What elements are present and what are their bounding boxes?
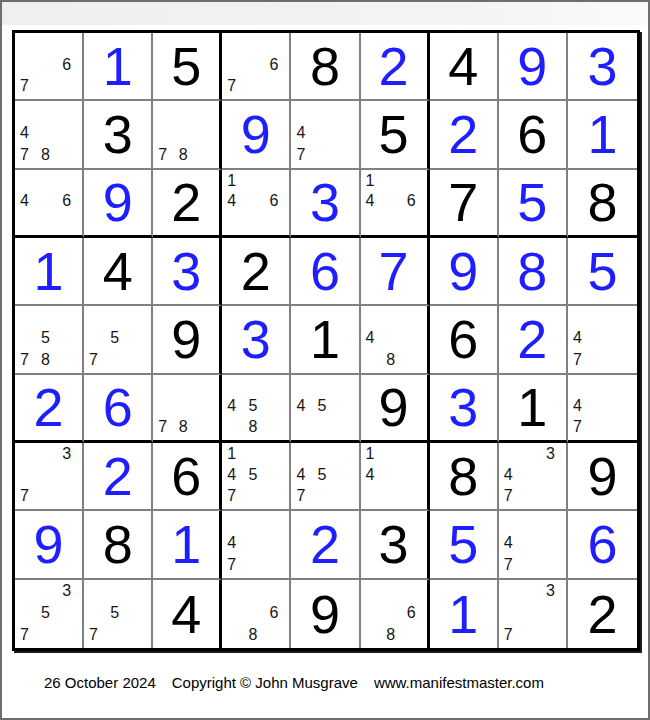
solved-digit: 6 xyxy=(587,517,617,571)
given-digit: 8 xyxy=(448,449,478,503)
pencil-marks: 68 xyxy=(361,580,427,648)
cell-r5c3[interactable]: 9 xyxy=(153,306,222,374)
solved-digit: 8 xyxy=(517,244,547,298)
solved-digit: 5 xyxy=(448,517,478,571)
cell-r4c7[interactable]: 9 xyxy=(430,238,499,306)
cell-r3c9[interactable]: 8 xyxy=(568,170,637,238)
given-digit: 7 xyxy=(448,175,478,229)
cell-r6c3[interactable]: 78 xyxy=(153,375,222,443)
pencil-mark-8: 8 xyxy=(386,352,395,368)
cell-r1c3[interactable]: 5 xyxy=(153,33,222,101)
cell-r3c5[interactable]: 3 xyxy=(291,170,360,238)
pencil-marks: 68 xyxy=(222,580,289,648)
pencil-mark-4: 4 xyxy=(20,193,29,209)
pencil-mark-8: 8 xyxy=(179,419,188,435)
pencil-mark-6: 6 xyxy=(407,193,416,209)
cell-r8c8[interactable]: 47 xyxy=(499,511,568,579)
pencil-mark-7: 7 xyxy=(227,78,236,94)
pencil-mark-7: 7 xyxy=(504,627,513,643)
pencil-mark-3: 3 xyxy=(546,583,555,599)
top-band xyxy=(2,2,648,25)
cell-r2c9[interactable]: 1 xyxy=(568,101,637,169)
cell-r5c2[interactable]: 57 xyxy=(84,306,153,374)
cell-r2c6[interactable]: 5 xyxy=(361,101,430,169)
solved-digit: 3 xyxy=(587,39,617,93)
sudoku-board: 6715678249347837894752614692146314675814… xyxy=(12,30,640,651)
pencil-marks: 45 xyxy=(291,375,358,440)
cell-r7c6[interactable]: 14 xyxy=(361,443,430,511)
solved-digit: 6 xyxy=(310,244,340,298)
pencil-marks: 67 xyxy=(15,33,82,99)
pencil-mark-5: 5 xyxy=(318,467,327,483)
pencil-mark-8: 8 xyxy=(41,352,50,368)
solved-digit: 9 xyxy=(34,517,64,571)
pencil-mark-7: 7 xyxy=(227,488,236,504)
solved-digit: 1 xyxy=(171,517,201,571)
pencil-marks: 47 xyxy=(568,375,637,440)
cell-r8c6[interactable]: 3 xyxy=(361,511,430,579)
pencil-mark-8: 8 xyxy=(248,419,257,435)
footer: 26 October 2024 Copyright © John Musgrav… xyxy=(44,674,544,691)
pencil-mark-7: 7 xyxy=(296,147,305,163)
pencil-mark-4: 4 xyxy=(296,398,305,414)
pencil-mark-7: 7 xyxy=(504,557,513,573)
pencil-mark-7: 7 xyxy=(89,627,98,643)
cell-r9c4[interactable]: 68 xyxy=(222,580,291,648)
solved-digit: 2 xyxy=(34,380,64,434)
pencil-mark-1: 1 xyxy=(366,173,375,189)
footer-date: 26 October 2024 xyxy=(44,674,156,691)
given-digit: 6 xyxy=(517,107,547,161)
pencil-mark-4: 4 xyxy=(20,125,29,141)
given-digit: 8 xyxy=(587,175,617,229)
cell-r8c4[interactable]: 47 xyxy=(222,511,291,579)
solved-digit: 2 xyxy=(448,107,478,161)
given-digit: 6 xyxy=(171,449,201,503)
footer-website: www.manifestmaster.com xyxy=(374,674,544,691)
cell-r5c7[interactable]: 6 xyxy=(430,306,499,374)
pencil-marks: 347 xyxy=(499,443,566,509)
cell-r2c3[interactable]: 78 xyxy=(153,101,222,169)
cell-r7c3[interactable]: 6 xyxy=(153,443,222,511)
solved-digit: 9 xyxy=(517,39,547,93)
cell-r4c2[interactable]: 4 xyxy=(84,238,153,306)
pencil-mark-4: 4 xyxy=(227,398,236,414)
cell-r8c1[interactable]: 9 xyxy=(15,511,84,579)
pencil-mark-7: 7 xyxy=(20,627,29,643)
cell-r7c9[interactable]: 9 xyxy=(568,443,637,511)
pencil-mark-7: 7 xyxy=(573,419,582,435)
pencil-marks: 57 xyxy=(84,306,151,372)
pencil-mark-3: 3 xyxy=(62,446,71,462)
cell-r3c7[interactable]: 7 xyxy=(430,170,499,238)
cell-r7c2[interactable]: 2 xyxy=(84,443,153,511)
pencil-mark-4: 4 xyxy=(366,193,375,209)
pencil-mark-7: 7 xyxy=(89,352,98,368)
pencil-marks: 37 xyxy=(15,443,82,509)
cell-r3c2[interactable]: 9 xyxy=(84,170,153,238)
given-digit: 9 xyxy=(587,449,617,503)
pencil-mark-4: 4 xyxy=(573,398,582,414)
solved-digit: 2 xyxy=(103,449,133,503)
given-digit: 4 xyxy=(103,244,133,298)
solved-digit: 9 xyxy=(103,175,133,229)
pencil-marks: 47 xyxy=(568,306,637,372)
pencil-marks: 78 xyxy=(153,101,219,167)
pencil-mark-6: 6 xyxy=(270,605,279,621)
pencil-marks: 78 xyxy=(153,375,219,440)
cell-r9c1[interactable]: 357 xyxy=(15,580,84,648)
given-digit: 9 xyxy=(310,587,340,641)
cell-r4c9[interactable]: 5 xyxy=(568,238,637,306)
solved-digit: 3 xyxy=(241,312,271,366)
cell-r5c9[interactable]: 47 xyxy=(568,306,637,374)
pencil-mark-8: 8 xyxy=(248,627,257,643)
pencil-mark-6: 6 xyxy=(62,193,71,209)
cell-r7c1[interactable]: 37 xyxy=(15,443,84,511)
given-digit: 9 xyxy=(171,312,201,366)
pencil-mark-5: 5 xyxy=(41,605,50,621)
cell-r5c4[interactable]: 3 xyxy=(222,306,291,374)
given-digit: 1 xyxy=(517,380,547,434)
cell-r9c8[interactable]: 37 xyxy=(499,580,568,648)
cell-r4c6[interactable]: 7 xyxy=(361,238,430,306)
cell-r1c8[interactable]: 9 xyxy=(499,33,568,101)
cell-r7c4[interactable]: 1457 xyxy=(222,443,291,511)
given-digit: 4 xyxy=(448,39,478,93)
pencil-mark-6: 6 xyxy=(62,57,71,73)
cell-r3c4[interactable]: 146 xyxy=(222,170,291,238)
given-digit: 3 xyxy=(379,517,409,571)
pencil-mark-4: 4 xyxy=(504,467,513,483)
pencil-mark-6: 6 xyxy=(270,193,279,209)
pencil-mark-5: 5 xyxy=(248,467,257,483)
pencil-marks: 578 xyxy=(15,306,82,372)
pencil-mark-4: 4 xyxy=(573,330,582,346)
cell-r4c4[interactable]: 2 xyxy=(222,238,291,306)
pencil-marks: 47 xyxy=(291,101,358,167)
pencil-marks: 48 xyxy=(361,306,427,372)
cell-r6c4[interactable]: 458 xyxy=(222,375,291,443)
cell-r4c5[interactable]: 6 xyxy=(291,238,360,306)
pencil-mark-4: 4 xyxy=(227,193,236,209)
pencil-mark-5: 5 xyxy=(41,330,50,346)
solved-digit: 9 xyxy=(241,107,271,161)
pencil-mark-4: 4 xyxy=(296,125,305,141)
cell-r9c2[interactable]: 57 xyxy=(84,580,153,648)
given-digit: 3 xyxy=(103,107,133,161)
pencil-mark-1: 1 xyxy=(227,446,236,462)
solved-digit: 1 xyxy=(587,107,617,161)
cell-r1c7[interactable]: 4 xyxy=(430,33,499,101)
pencil-mark-8: 8 xyxy=(386,627,395,643)
pencil-mark-8: 8 xyxy=(41,147,50,163)
pencil-mark-4: 4 xyxy=(227,467,236,483)
cell-r4c8[interactable]: 8 xyxy=(499,238,568,306)
cell-r6c2[interactable]: 6 xyxy=(84,375,153,443)
given-digit: 2 xyxy=(171,175,201,229)
cell-r7c7[interactable]: 8 xyxy=(430,443,499,511)
cell-r3c8[interactable]: 5 xyxy=(499,170,568,238)
solved-digit: 3 xyxy=(171,244,201,298)
pencil-marks: 1457 xyxy=(222,443,289,509)
cell-r2c7[interactable]: 2 xyxy=(430,101,499,169)
cell-r9c3[interactable]: 4 xyxy=(153,580,222,648)
cell-r6c9[interactable]: 47 xyxy=(568,375,637,443)
cell-r7c5[interactable]: 457 xyxy=(291,443,360,511)
cell-r1c4[interactable]: 67 xyxy=(222,33,291,101)
pencil-mark-1: 1 xyxy=(227,173,236,189)
given-digit: 5 xyxy=(171,39,201,93)
solved-digit: 6 xyxy=(103,380,133,434)
pencil-mark-4: 4 xyxy=(366,467,375,483)
solved-digit: 2 xyxy=(517,312,547,366)
pencil-mark-7: 7 xyxy=(227,557,236,573)
given-digit: 8 xyxy=(310,39,340,93)
pencil-marks: 146 xyxy=(222,170,289,235)
pencil-marks: 458 xyxy=(222,375,289,440)
pencil-marks: 47 xyxy=(222,511,289,577)
cell-r9c6[interactable]: 68 xyxy=(361,580,430,648)
pencil-mark-4: 4 xyxy=(227,535,236,551)
pencil-marks: 67 xyxy=(222,33,289,99)
pencil-marks: 47 xyxy=(499,511,566,577)
solved-digit: 3 xyxy=(448,380,478,434)
cell-r1c9[interactable]: 3 xyxy=(568,33,637,101)
cell-r4c1[interactable]: 1 xyxy=(15,238,84,306)
solved-digit: 7 xyxy=(379,244,409,298)
pencil-mark-7: 7 xyxy=(573,352,582,368)
given-digit: 6 xyxy=(448,312,478,366)
pencil-mark-3: 3 xyxy=(546,446,555,462)
pencil-mark-7: 7 xyxy=(504,488,513,504)
solved-digit: 2 xyxy=(310,517,340,571)
cell-r8c2[interactable]: 8 xyxy=(84,511,153,579)
pencil-mark-6: 6 xyxy=(270,57,279,73)
given-digit: 2 xyxy=(241,244,271,298)
given-digit: 9 xyxy=(379,380,409,434)
given-digit: 2 xyxy=(587,587,617,641)
cell-r1c5[interactable]: 8 xyxy=(291,33,360,101)
given-digit: 5 xyxy=(379,107,409,161)
pencil-mark-5: 5 xyxy=(318,398,327,414)
pencil-marks: 478 xyxy=(15,101,82,167)
pencil-mark-7: 7 xyxy=(20,147,29,163)
solved-digit: 1 xyxy=(448,587,478,641)
pencil-mark-4: 4 xyxy=(296,467,305,483)
cell-r6c6[interactable]: 9 xyxy=(361,375,430,443)
pencil-mark-7: 7 xyxy=(158,419,167,435)
pencil-mark-5: 5 xyxy=(248,398,257,414)
cell-r1c6[interactable]: 2 xyxy=(361,33,430,101)
pencil-mark-3: 3 xyxy=(62,583,71,599)
cell-r1c2[interactable]: 1 xyxy=(84,33,153,101)
cell-r6c5[interactable]: 45 xyxy=(291,375,360,443)
solved-digit: 1 xyxy=(103,39,133,93)
cell-r2c8[interactable]: 6 xyxy=(499,101,568,169)
cell-r8c7[interactable]: 5 xyxy=(430,511,499,579)
cell-r3c3[interactable]: 2 xyxy=(153,170,222,238)
pencil-mark-7: 7 xyxy=(20,78,29,94)
cell-r9c9[interactable]: 2 xyxy=(568,580,637,648)
solved-digit: 2 xyxy=(379,39,409,93)
given-digit: 1 xyxy=(310,312,340,366)
cell-r7c8[interactable]: 347 xyxy=(499,443,568,511)
pencil-marks: 46 xyxy=(15,170,82,235)
cell-r9c5[interactable]: 9 xyxy=(291,580,360,648)
pencil-marks: 57 xyxy=(84,580,151,648)
pencil-mark-5: 5 xyxy=(110,605,119,621)
cell-r6c1[interactable]: 2 xyxy=(15,375,84,443)
cell-r8c3[interactable]: 1 xyxy=(153,511,222,579)
cell-r4c3[interactable]: 3 xyxy=(153,238,222,306)
cell-r2c4[interactable]: 9 xyxy=(222,101,291,169)
solved-digit: 1 xyxy=(34,244,64,298)
pencil-marks: 146 xyxy=(361,170,427,235)
cell-r2c1[interactable]: 478 xyxy=(15,101,84,169)
solved-digit: 3 xyxy=(310,175,340,229)
cell-r2c5[interactable]: 47 xyxy=(291,101,360,169)
cell-r3c6[interactable]: 146 xyxy=(361,170,430,238)
footer-copyright: Copyright © John Musgrave xyxy=(172,674,358,691)
cell-r6c7[interactable]: 3 xyxy=(430,375,499,443)
pencil-mark-6: 6 xyxy=(407,605,416,621)
cell-r5c1[interactable]: 578 xyxy=(15,306,84,374)
cell-r3c1[interactable]: 46 xyxy=(15,170,84,238)
cell-r8c9[interactable]: 6 xyxy=(568,511,637,579)
solved-digit: 5 xyxy=(587,244,617,298)
given-digit: 8 xyxy=(103,517,133,571)
pencil-mark-4: 4 xyxy=(366,330,375,346)
given-digit: 4 xyxy=(171,587,201,641)
pencil-mark-7: 7 xyxy=(296,488,305,504)
cell-r6c8[interactable]: 1 xyxy=(499,375,568,443)
pencil-mark-7: 7 xyxy=(20,352,29,368)
pencil-marks: 14 xyxy=(361,443,427,509)
page: 6715678249347837894752614692146314675814… xyxy=(0,0,650,720)
solved-digit: 9 xyxy=(448,244,478,298)
solved-digit: 5 xyxy=(517,175,547,229)
cell-r2c2[interactable]: 3 xyxy=(84,101,153,169)
cell-r5c6[interactable]: 48 xyxy=(361,306,430,374)
cell-r9c7[interactable]: 1 xyxy=(430,580,499,648)
pencil-mark-1: 1 xyxy=(366,446,375,462)
pencil-marks: 357 xyxy=(15,580,82,648)
cell-r1c1[interactable]: 67 xyxy=(15,33,84,101)
pencil-mark-5: 5 xyxy=(110,330,119,346)
cell-r8c5[interactable]: 2 xyxy=(291,511,360,579)
pencil-mark-4: 4 xyxy=(504,535,513,551)
pencil-marks: 37 xyxy=(499,580,566,648)
pencil-marks: 457 xyxy=(291,443,358,509)
pencil-mark-7: 7 xyxy=(20,488,29,504)
pencil-mark-7: 7 xyxy=(158,147,167,163)
cell-r5c8[interactable]: 2 xyxy=(499,306,568,374)
cell-r5c5[interactable]: 1 xyxy=(291,306,360,374)
pencil-mark-8: 8 xyxy=(179,147,188,163)
